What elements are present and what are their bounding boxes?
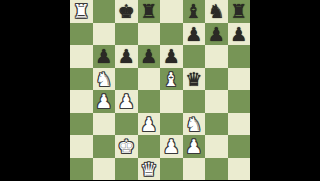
white-pawn[interactable]: ♟ — [118, 90, 135, 113]
square-b6[interactable]: ♟ — [93, 45, 116, 68]
black-knight[interactable]: ♞ — [208, 0, 225, 23]
black-pawn[interactable]: ♟ — [118, 45, 135, 68]
square-b5[interactable]: ♞ — [93, 68, 116, 91]
square-a1[interactable] — [70, 158, 93, 181]
square-d1[interactable]: ♛ — [138, 158, 161, 181]
square-b2[interactable] — [93, 135, 116, 158]
white-pawn[interactable]: ♟ — [185, 135, 202, 158]
square-d7[interactable] — [138, 23, 161, 46]
square-f4[interactable] — [183, 90, 206, 113]
square-a7[interactable] — [70, 23, 93, 46]
square-b1[interactable] — [93, 158, 116, 181]
square-c5[interactable] — [115, 68, 138, 91]
square-g3[interactable] — [205, 113, 228, 136]
black-king[interactable]: ♚ — [118, 0, 135, 23]
square-g1[interactable] — [205, 158, 228, 181]
square-f7[interactable]: ♟ — [183, 23, 206, 46]
square-g8[interactable]: ♞ — [205, 0, 228, 23]
square-g5[interactable] — [205, 68, 228, 91]
square-f1[interactable] — [183, 158, 206, 181]
square-f6[interactable] — [183, 45, 206, 68]
square-a2[interactable] — [70, 135, 93, 158]
square-h3[interactable] — [228, 113, 251, 136]
white-pawn[interactable]: ♟ — [95, 90, 112, 113]
square-a6[interactable] — [70, 45, 93, 68]
square-f3[interactable]: ♞ — [183, 113, 206, 136]
square-e2[interactable]: ♟ — [160, 135, 183, 158]
square-e3[interactable] — [160, 113, 183, 136]
chess-board[interactable]: ♜♚♜♝♞♜♟♟♟♟♟♟♟♞♝♛♟♟♟♞♚♟♟♛ — [70, 0, 250, 180]
white-bishop[interactable]: ♝ — [163, 68, 180, 91]
square-e1[interactable] — [160, 158, 183, 181]
white-knight[interactable]: ♞ — [95, 68, 112, 91]
square-d4[interactable] — [138, 90, 161, 113]
black-pawn[interactable]: ♟ — [140, 45, 157, 68]
black-pawn[interactable]: ♟ — [208, 23, 225, 46]
square-h7[interactable]: ♟ — [228, 23, 251, 46]
square-c7[interactable] — [115, 23, 138, 46]
square-b8[interactable] — [93, 0, 116, 23]
square-d5[interactable] — [138, 68, 161, 91]
square-b7[interactable] — [93, 23, 116, 46]
black-rook[interactable]: ♜ — [140, 0, 157, 23]
white-rook[interactable]: ♜ — [73, 0, 90, 23]
white-king[interactable]: ♚ — [118, 135, 135, 158]
black-pawn[interactable]: ♟ — [95, 45, 112, 68]
square-c4[interactable]: ♟ — [115, 90, 138, 113]
square-g2[interactable] — [205, 135, 228, 158]
black-pawn[interactable]: ♟ — [185, 23, 202, 46]
chess-app-stage: ♜♚♜♝♞♜♟♟♟♟♟♟♟♞♝♛♟♟♟♞♚♟♟♛ — [0, 0, 320, 180]
square-f8[interactable]: ♝ — [183, 0, 206, 23]
square-a4[interactable] — [70, 90, 93, 113]
white-pawn[interactable]: ♟ — [163, 135, 180, 158]
square-e7[interactable] — [160, 23, 183, 46]
letterbox-left — [0, 0, 70, 180]
square-h2[interactable] — [228, 135, 251, 158]
square-b4[interactable]: ♟ — [93, 90, 116, 113]
square-a8[interactable]: ♜ — [70, 0, 93, 23]
square-h6[interactable] — [228, 45, 251, 68]
square-c1[interactable] — [115, 158, 138, 181]
square-e6[interactable]: ♟ — [160, 45, 183, 68]
square-e8[interactable] — [160, 0, 183, 23]
square-h1[interactable] — [228, 158, 251, 181]
square-c2[interactable]: ♚ — [115, 135, 138, 158]
square-d2[interactable] — [138, 135, 161, 158]
square-a5[interactable] — [70, 68, 93, 91]
square-f5[interactable]: ♛ — [183, 68, 206, 91]
square-h4[interactable] — [228, 90, 251, 113]
black-bishop[interactable]: ♝ — [185, 0, 202, 23]
square-f2[interactable]: ♟ — [183, 135, 206, 158]
square-d3[interactable]: ♟ — [138, 113, 161, 136]
letterbox-right — [250, 0, 320, 180]
square-h8[interactable]: ♜ — [228, 0, 251, 23]
square-e5[interactable]: ♝ — [160, 68, 183, 91]
square-h5[interactable] — [228, 68, 251, 91]
white-queen[interactable]: ♛ — [140, 158, 157, 181]
square-c8[interactable]: ♚ — [115, 0, 138, 23]
square-g6[interactable] — [205, 45, 228, 68]
white-knight[interactable]: ♞ — [185, 113, 202, 136]
square-g4[interactable] — [205, 90, 228, 113]
square-b3[interactable] — [93, 113, 116, 136]
black-pawn[interactable]: ♟ — [163, 45, 180, 68]
black-pawn[interactable]: ♟ — [230, 23, 247, 46]
square-c3[interactable] — [115, 113, 138, 136]
white-pawn[interactable]: ♟ — [140, 113, 157, 136]
square-d8[interactable]: ♜ — [138, 0, 161, 23]
square-g7[interactable]: ♟ — [205, 23, 228, 46]
square-a3[interactable] — [70, 113, 93, 136]
black-queen[interactable]: ♛ — [185, 68, 202, 91]
square-d6[interactable]: ♟ — [138, 45, 161, 68]
square-c6[interactable]: ♟ — [115, 45, 138, 68]
black-rook[interactable]: ♜ — [230, 0, 247, 23]
square-e4[interactable] — [160, 90, 183, 113]
